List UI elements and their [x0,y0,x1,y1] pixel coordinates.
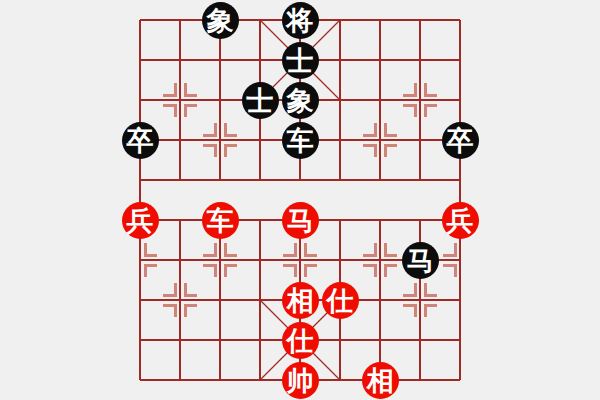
red-soldier[interactable]: 兵 [122,202,159,239]
red-horse[interactable]: 马 [282,202,319,239]
black-chariot[interactable]: 车 [282,122,319,159]
black-horse[interactable]: 马 [402,242,439,279]
xiangqi-diagram: 象将士士象卒车卒马兵车马兵相仕仕帅相 [0,0,600,400]
xiangqi-board: 象将士士象卒车卒马兵车马兵相仕仕帅相 [120,0,480,400]
red-general[interactable]: 帅 [282,362,319,399]
black-general[interactable]: 将 [282,2,319,39]
red-advisor[interactable]: 仕 [322,282,359,319]
black-soldier[interactable]: 卒 [442,122,479,159]
black-advisor[interactable]: 士 [282,42,319,79]
red-advisor[interactable]: 仕 [282,322,319,359]
red-elephant[interactable]: 相 [282,282,319,319]
black-elephant[interactable]: 象 [202,2,239,39]
black-advisor[interactable]: 士 [242,82,279,119]
black-soldier[interactable]: 卒 [122,122,159,159]
red-chariot[interactable]: 车 [202,202,239,239]
red-elephant[interactable]: 相 [362,362,399,399]
black-elephant[interactable]: 象 [282,82,319,119]
red-soldier[interactable]: 兵 [442,202,479,239]
